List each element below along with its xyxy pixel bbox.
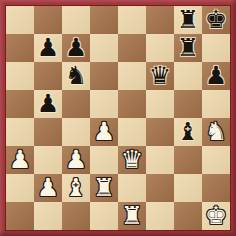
piece-white-knight[interactable]: ♞ bbox=[205, 118, 227, 146]
square-h8[interactable]: ♚ bbox=[202, 6, 230, 34]
square-a5[interactable] bbox=[6, 90, 34, 118]
square-f5[interactable] bbox=[146, 90, 174, 118]
square-f3[interactable] bbox=[146, 146, 174, 174]
square-h4[interactable]: ♞ bbox=[202, 118, 230, 146]
square-d4[interactable]: ♟ bbox=[90, 118, 118, 146]
square-f4[interactable] bbox=[146, 118, 174, 146]
square-b6[interactable] bbox=[34, 62, 62, 90]
square-g8[interactable]: ♜ bbox=[174, 6, 202, 34]
square-h5[interactable] bbox=[202, 90, 230, 118]
square-b2[interactable]: ♟ bbox=[34, 174, 62, 202]
piece-white-rook[interactable]: ♜ bbox=[121, 202, 143, 230]
square-e3[interactable]: ♛ bbox=[118, 146, 146, 174]
square-c4[interactable] bbox=[62, 118, 90, 146]
square-f2[interactable] bbox=[146, 174, 174, 202]
square-d3[interactable] bbox=[90, 146, 118, 174]
square-a2[interactable] bbox=[6, 174, 34, 202]
square-d2[interactable]: ♜ bbox=[90, 174, 118, 202]
piece-white-pawn[interactable]: ♟ bbox=[9, 146, 31, 174]
piece-white-queen[interactable]: ♛ bbox=[121, 146, 143, 174]
square-g2[interactable] bbox=[174, 174, 202, 202]
piece-black-rook[interactable]: ♜ bbox=[177, 6, 199, 34]
square-d7[interactable] bbox=[90, 34, 118, 62]
square-c1[interactable] bbox=[62, 202, 90, 230]
piece-white-king[interactable]: ♚ bbox=[205, 202, 227, 230]
square-a1[interactable] bbox=[6, 202, 34, 230]
square-b3[interactable] bbox=[34, 146, 62, 174]
piece-black-knight[interactable]: ♞ bbox=[65, 62, 87, 90]
chess-board: ♜♚♟♟♜♞♛♟♟♟♝♞♟♟♛♟♝♜♜♚ bbox=[6, 6, 230, 230]
square-d6[interactable] bbox=[90, 62, 118, 90]
square-e4[interactable] bbox=[118, 118, 146, 146]
square-e1[interactable]: ♜ bbox=[118, 202, 146, 230]
square-c5[interactable] bbox=[62, 90, 90, 118]
piece-black-pawn[interactable]: ♟ bbox=[37, 90, 59, 118]
square-h1[interactable]: ♚ bbox=[202, 202, 230, 230]
piece-black-bishop[interactable]: ♝ bbox=[177, 118, 199, 146]
square-g5[interactable] bbox=[174, 90, 202, 118]
square-f8[interactable] bbox=[146, 6, 174, 34]
square-a7[interactable] bbox=[6, 34, 34, 62]
square-g4[interactable]: ♝ bbox=[174, 118, 202, 146]
piece-white-pawn[interactable]: ♟ bbox=[93, 118, 115, 146]
square-g1[interactable] bbox=[174, 202, 202, 230]
square-g3[interactable] bbox=[174, 146, 202, 174]
piece-white-rook[interactable]: ♜ bbox=[93, 174, 115, 202]
square-h6[interactable]: ♟ bbox=[202, 62, 230, 90]
square-b1[interactable] bbox=[34, 202, 62, 230]
square-a4[interactable] bbox=[6, 118, 34, 146]
square-f1[interactable] bbox=[146, 202, 174, 230]
piece-black-pawn[interactable]: ♟ bbox=[37, 34, 59, 62]
square-d8[interactable] bbox=[90, 6, 118, 34]
piece-black-pawn[interactable]: ♟ bbox=[205, 62, 227, 90]
square-e8[interactable] bbox=[118, 6, 146, 34]
piece-white-bishop[interactable]: ♝ bbox=[65, 174, 87, 202]
square-d5[interactable] bbox=[90, 90, 118, 118]
square-c8[interactable] bbox=[62, 6, 90, 34]
square-b8[interactable] bbox=[34, 6, 62, 34]
square-b7[interactable]: ♟ bbox=[34, 34, 62, 62]
square-h7[interactable] bbox=[202, 34, 230, 62]
square-g6[interactable] bbox=[174, 62, 202, 90]
piece-black-queen[interactable]: ♛ bbox=[149, 62, 171, 90]
square-e6[interactable] bbox=[118, 62, 146, 90]
square-b5[interactable]: ♟ bbox=[34, 90, 62, 118]
square-c3[interactable]: ♟ bbox=[62, 146, 90, 174]
square-f6[interactable]: ♛ bbox=[146, 62, 174, 90]
square-e2[interactable] bbox=[118, 174, 146, 202]
piece-white-pawn[interactable]: ♟ bbox=[37, 174, 59, 202]
square-d1[interactable] bbox=[90, 202, 118, 230]
square-c6[interactable]: ♞ bbox=[62, 62, 90, 90]
square-b4[interactable] bbox=[34, 118, 62, 146]
piece-black-king[interactable]: ♚ bbox=[205, 6, 227, 34]
piece-black-pawn[interactable]: ♟ bbox=[65, 34, 87, 62]
piece-black-rook[interactable]: ♜ bbox=[177, 34, 199, 62]
square-e7[interactable] bbox=[118, 34, 146, 62]
square-c2[interactable]: ♝ bbox=[62, 174, 90, 202]
square-a8[interactable] bbox=[6, 6, 34, 34]
piece-white-pawn[interactable]: ♟ bbox=[65, 146, 87, 174]
square-h2[interactable] bbox=[202, 174, 230, 202]
chess-board-frame: ♜♚♟♟♜♞♛♟♟♟♝♞♟♟♛♟♝♜♜♚ bbox=[0, 0, 236, 236]
square-e5[interactable] bbox=[118, 90, 146, 118]
square-a6[interactable] bbox=[6, 62, 34, 90]
square-h3[interactable] bbox=[202, 146, 230, 174]
square-f7[interactable] bbox=[146, 34, 174, 62]
square-c7[interactable]: ♟ bbox=[62, 34, 90, 62]
square-a3[interactable]: ♟ bbox=[6, 146, 34, 174]
square-g7[interactable]: ♜ bbox=[174, 34, 202, 62]
